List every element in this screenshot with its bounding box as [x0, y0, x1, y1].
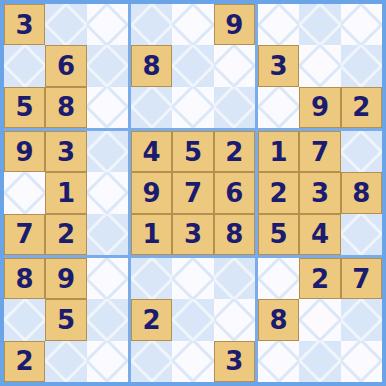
cell-digit: 5 [16, 94, 34, 120]
sudoku-box-9: 278 [258, 258, 382, 382]
cell-r8c4: 2 [131, 299, 172, 340]
diamond-pattern-icon [87, 131, 128, 172]
cell-r4c8: 7 [299, 131, 340, 172]
cell-r1c2[interactable] [45, 4, 86, 45]
diamond-pattern-icon [87, 341, 128, 382]
cell-r6c6: 8 [214, 214, 255, 255]
cell-r4c6: 2 [214, 131, 255, 172]
diamond-pattern-icon [87, 299, 128, 340]
cell-digit: 3 [184, 221, 202, 247]
cell-r7c8: 2 [299, 258, 340, 299]
cell-r4c9[interactable] [341, 131, 382, 172]
cell-digit: 6 [225, 180, 243, 206]
cell-r6c2: 2 [45, 214, 86, 255]
diamond-pattern-icon [214, 258, 255, 299]
diamond-pattern-icon [214, 45, 255, 86]
cell-r3c1: 5 [4, 87, 45, 128]
diamond-pattern-icon [258, 258, 299, 299]
cell-r6c7: 5 [258, 214, 299, 255]
cell-r2c7: 3 [258, 45, 299, 86]
cell-r3c6[interactable] [214, 87, 255, 128]
cell-r2c1[interactable] [4, 45, 45, 86]
cell-r8c5[interactable] [172, 299, 213, 340]
cell-r5c3[interactable] [87, 172, 128, 213]
cell-digit: 1 [270, 139, 288, 165]
cell-r5c5: 7 [172, 172, 213, 213]
cell-digit: 9 [225, 12, 243, 38]
diamond-pattern-icon [87, 87, 128, 128]
cell-digit: 9 [311, 94, 329, 120]
cell-digit: 8 [352, 180, 370, 206]
cell-r3c7[interactable] [258, 87, 299, 128]
sudoku-box-1: 3658 [4, 4, 128, 128]
diamond-pattern-icon [258, 87, 299, 128]
diamond-pattern-icon [341, 4, 382, 45]
cell-r4c5: 5 [172, 131, 213, 172]
diamond-pattern-icon [299, 4, 340, 45]
cell-r8c2: 5 [45, 299, 86, 340]
cell-r2c8[interactable] [299, 45, 340, 86]
cell-r8c6[interactable] [214, 299, 255, 340]
sudoku-box-8: 23 [131, 258, 255, 382]
cell-digit: 1 [143, 221, 161, 247]
diamond-pattern-icon [4, 299, 45, 340]
cell-r7c1: 8 [4, 258, 45, 299]
diamond-pattern-icon [4, 45, 45, 86]
cell-r1c8[interactable] [299, 4, 340, 45]
diamond-pattern-icon [131, 341, 172, 382]
cell-digit: 8 [225, 221, 243, 247]
cell-digit: 2 [270, 180, 288, 206]
cell-r3c8: 9 [299, 87, 340, 128]
cell-r1c3[interactable] [87, 4, 128, 45]
diamond-pattern-icon [341, 341, 382, 382]
cell-r1c7[interactable] [258, 4, 299, 45]
cell-r6c9[interactable] [341, 214, 382, 255]
cell-digit: 3 [311, 180, 329, 206]
cell-r3c4[interactable] [131, 87, 172, 128]
cell-r1c4[interactable] [131, 4, 172, 45]
cell-digit: 1 [57, 180, 75, 206]
cell-r3c9: 2 [341, 87, 382, 128]
diamond-pattern-icon [299, 45, 340, 86]
cell-r2c6[interactable] [214, 45, 255, 86]
diamond-pattern-icon [299, 299, 340, 340]
diamond-pattern-icon [87, 214, 128, 255]
sudoku-board: 365898392931724529761381723854895223278 [0, 0, 386, 386]
cell-r8c9[interactable] [341, 299, 382, 340]
cell-digit: 3 [16, 12, 34, 38]
cell-digit: 5 [57, 307, 75, 333]
diamond-pattern-icon [341, 131, 382, 172]
sudoku-grid: 365898392931724529761381723854895223278 [4, 4, 382, 382]
cell-r8c8[interactable] [299, 299, 340, 340]
cell-digit: 2 [311, 266, 329, 292]
cell-r4c4: 4 [131, 131, 172, 172]
cell-r5c6: 6 [214, 172, 255, 213]
diamond-pattern-icon [172, 87, 213, 128]
cell-digit: 8 [143, 53, 161, 79]
sudoku-box-5: 452976138 [131, 131, 255, 255]
diamond-pattern-icon [214, 87, 255, 128]
cell-digit: 4 [143, 139, 161, 165]
diamond-pattern-icon [258, 341, 299, 382]
cell-r9c4[interactable] [131, 341, 172, 382]
cell-r1c1: 3 [4, 4, 45, 45]
cell-r3c2: 8 [45, 87, 86, 128]
sudoku-box-4: 93172 [4, 131, 128, 255]
cell-digit: 9 [57, 266, 75, 292]
cell-digit: 7 [311, 139, 329, 165]
cell-r9c3[interactable] [87, 341, 128, 382]
sudoku-box-6: 1723854 [258, 131, 382, 255]
cell-r2c5[interactable] [172, 45, 213, 86]
cell-r7c4[interactable] [131, 258, 172, 299]
cell-r7c7[interactable] [258, 258, 299, 299]
cell-digit: 4 [311, 221, 329, 247]
cell-r5c1[interactable] [4, 172, 45, 213]
cell-digit: 6 [57, 53, 75, 79]
diamond-pattern-icon [172, 258, 213, 299]
cell-r8c3[interactable] [87, 299, 128, 340]
cell-r4c3[interactable] [87, 131, 128, 172]
diamond-pattern-icon [214, 299, 255, 340]
cell-r6c1: 7 [4, 214, 45, 255]
cell-r9c6: 3 [214, 341, 255, 382]
diamond-pattern-icon [258, 4, 299, 45]
cell-digit: 2 [225, 139, 243, 165]
cell-r4c1: 9 [4, 131, 45, 172]
sudoku-box-2: 98 [131, 4, 255, 128]
cell-r2c9[interactable] [341, 45, 382, 86]
cell-r7c6[interactable] [214, 258, 255, 299]
cell-digit: 7 [352, 266, 370, 292]
cell-r7c2: 9 [45, 258, 86, 299]
cell-digit: 2 [16, 348, 34, 374]
cell-digit: 3 [270, 53, 288, 79]
cell-r2c4: 8 [131, 45, 172, 86]
diamond-pattern-icon [4, 172, 45, 213]
cell-digit: 2 [352, 94, 370, 120]
cell-digit: 2 [143, 307, 161, 333]
cell-digit: 8 [57, 94, 75, 120]
cell-r6c4: 1 [131, 214, 172, 255]
cell-digit: 7 [184, 180, 202, 206]
cell-digit: 7 [16, 221, 34, 247]
cell-digit: 5 [184, 139, 202, 165]
cell-digit: 9 [16, 139, 34, 165]
cell-r2c2: 6 [45, 45, 86, 86]
diamond-pattern-icon [341, 214, 382, 255]
cell-r5c2: 1 [45, 172, 86, 213]
cell-r8c1[interactable] [4, 299, 45, 340]
cell-r9c9[interactable] [341, 341, 382, 382]
cell-digit: 9 [143, 180, 161, 206]
diamond-pattern-icon [341, 45, 382, 86]
cell-r1c6: 9 [214, 4, 255, 45]
cell-r4c2: 3 [45, 131, 86, 172]
cell-r5c7: 2 [258, 172, 299, 213]
diamond-pattern-icon [341, 299, 382, 340]
cell-r7c3[interactable] [87, 258, 128, 299]
cell-r9c2[interactable] [45, 341, 86, 382]
cell-digit: 8 [16, 266, 34, 292]
cell-digit: 3 [57, 139, 75, 165]
diamond-pattern-icon [87, 172, 128, 213]
cell-r3c3[interactable] [87, 87, 128, 128]
cell-r9c1: 2 [4, 341, 45, 382]
diamond-pattern-icon [45, 4, 86, 45]
diamond-pattern-icon [172, 299, 213, 340]
cell-digit: 2 [57, 221, 75, 247]
diamond-pattern-icon [172, 45, 213, 86]
cell-r5c9: 8 [341, 172, 382, 213]
cell-r5c4: 9 [131, 172, 172, 213]
diamond-pattern-icon [87, 4, 128, 45]
cell-r4c7: 1 [258, 131, 299, 172]
cell-r8c7: 8 [258, 299, 299, 340]
diamond-pattern-icon [299, 341, 340, 382]
cell-r2c3[interactable] [87, 45, 128, 86]
diamond-pattern-icon [131, 87, 172, 128]
cell-digit: 3 [225, 348, 243, 374]
cell-digit: 8 [270, 307, 288, 333]
cell-r9c8[interactable] [299, 341, 340, 382]
sudoku-box-3: 392 [258, 4, 382, 128]
cell-r3c5[interactable] [172, 87, 213, 128]
cell-r7c9: 7 [341, 258, 382, 299]
diamond-pattern-icon [131, 258, 172, 299]
cell-r9c5[interactable] [172, 341, 213, 382]
cell-r9c7[interactable] [258, 341, 299, 382]
cell-digit: 5 [270, 221, 288, 247]
cell-r6c8: 4 [299, 214, 340, 255]
cell-r1c9[interactable] [341, 4, 382, 45]
diamond-pattern-icon [131, 4, 172, 45]
cell-r6c3[interactable] [87, 214, 128, 255]
cell-r7c5[interactable] [172, 258, 213, 299]
cell-r5c8: 3 [299, 172, 340, 213]
cell-r1c5[interactable] [172, 4, 213, 45]
cell-r6c5: 3 [172, 214, 213, 255]
diamond-pattern-icon [45, 341, 86, 382]
diamond-pattern-icon [87, 258, 128, 299]
diamond-pattern-icon [172, 341, 213, 382]
diamond-pattern-icon [87, 45, 128, 86]
diamond-pattern-icon [172, 4, 213, 45]
sudoku-box-7: 8952 [4, 258, 128, 382]
